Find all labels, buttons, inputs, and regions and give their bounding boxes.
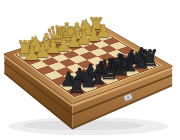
piece-black-rook[interactable]: ♜ bbox=[66, 73, 87, 96]
scene: ♜♞♝♛♚♝♞♜♟♟♟♟♟♟♟♟♟♟♟♟♟♟♟♟♜♞♝♛♚♝♞♜ bbox=[0, 0, 180, 140]
piece-white-pawn[interactable]: ♟ bbox=[24, 46, 41, 65]
